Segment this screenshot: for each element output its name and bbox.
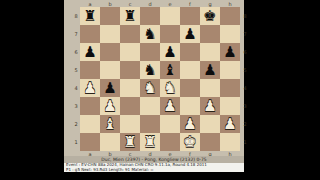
square-e3[interactable]: ♟ [160, 97, 180, 115]
square-e7[interactable] [160, 25, 180, 43]
video-frame: abcdefgh 87654321 87654321 ♜♜♚♞♟♟♟♟♞♝♟♟♟… [0, 0, 320, 180]
square-g5[interactable]: ♟ [200, 61, 220, 79]
square-h3[interactable] [220, 97, 240, 115]
black-rook-piece: ♜ [83, 7, 96, 25]
square-d3[interactable] [140, 97, 160, 115]
rank-label-7: 7 [73, 25, 79, 43]
black-knight-piece: ♞ [143, 61, 156, 79]
square-f6[interactable] [180, 43, 200, 61]
square-h1[interactable] [220, 133, 240, 151]
square-e2[interactable] [160, 115, 180, 133]
white-pawn-piece: ♟ [163, 97, 176, 115]
rank-label-1: 1 [242, 133, 248, 151]
square-b8[interactable] [100, 7, 120, 25]
square-d4[interactable]: ♞ [140, 79, 160, 97]
square-d1[interactable]: ♜ [140, 133, 160, 151]
rank-labels-left: 87654321 [73, 7, 79, 151]
square-b6[interactable] [100, 43, 120, 61]
white-knight-piece: ♞ [143, 79, 156, 97]
white-rook-piece: ♜ [123, 133, 136, 151]
rank-labels-right: 87654321 [242, 7, 248, 151]
square-a4[interactable]: ♟ [80, 79, 100, 97]
white-pawn-piece: ♟ [83, 79, 96, 97]
square-g4[interactable] [200, 79, 220, 97]
rank-label-4: 4 [73, 79, 79, 97]
white-pawn-piece: ♟ [183, 115, 196, 133]
square-b1[interactable] [100, 133, 120, 151]
square-f1[interactable]: ♚ [180, 133, 200, 151]
black-pawn-piece: ♟ [223, 43, 236, 61]
rank-label-8: 8 [73, 7, 79, 25]
black-pawn-piece: ♟ [183, 25, 196, 43]
rank-label-3: 3 [242, 97, 248, 115]
players-caption: Duc, Mien (2397) - Pong, Kongliew (2132)… [64, 156, 244, 163]
square-d2[interactable] [140, 115, 160, 133]
square-b4[interactable]: ♟ [100, 79, 120, 97]
square-g8[interactable]: ♚ [200, 7, 220, 25]
black-king-piece: ♚ [203, 7, 216, 25]
square-c8[interactable]: ♜ [120, 7, 140, 25]
square-d6[interactable] [140, 43, 160, 61]
square-a7[interactable] [80, 25, 100, 43]
square-c6[interactable] [120, 43, 140, 61]
square-f5[interactable] [180, 61, 200, 79]
square-g2[interactable] [200, 115, 220, 133]
black-pawn-piece: ♟ [203, 61, 216, 79]
rank-label-6: 6 [242, 43, 248, 61]
square-b3[interactable]: ♟ [100, 97, 120, 115]
letterbox-right [244, 0, 320, 180]
square-e1[interactable] [160, 133, 180, 151]
rank-label-4: 4 [242, 79, 248, 97]
square-h4[interactable] [220, 79, 240, 97]
letterbox-left [0, 0, 64, 180]
moves-caption: P1 : g5 Next: 93.Rd3 Length: 91 Material… [66, 168, 242, 173]
square-c5[interactable] [120, 61, 140, 79]
square-g6[interactable] [200, 43, 220, 61]
square-c2[interactable] [120, 115, 140, 133]
black-pawn-piece: ♟ [83, 43, 96, 61]
black-pawn-piece: ♟ [103, 79, 116, 97]
square-g3[interactable]: ♟ [200, 97, 220, 115]
rank-label-5: 5 [242, 61, 248, 79]
square-a6[interactable]: ♟ [80, 43, 100, 61]
square-a2[interactable] [80, 115, 100, 133]
square-h5[interactable] [220, 61, 240, 79]
square-d8[interactable] [140, 7, 160, 25]
square-e8[interactable] [160, 7, 180, 25]
black-rook-piece: ♜ [123, 7, 136, 25]
square-a5[interactable] [80, 61, 100, 79]
square-f7[interactable]: ♟ [180, 25, 200, 43]
rank-label-7: 7 [242, 25, 248, 43]
square-c7[interactable] [120, 25, 140, 43]
square-b2[interactable]: ♝ [100, 115, 120, 133]
rank-label-6: 6 [73, 43, 79, 61]
black-knight-piece: ♞ [143, 25, 156, 43]
square-c3[interactable] [120, 97, 140, 115]
square-d7[interactable]: ♞ [140, 25, 160, 43]
square-f8[interactable] [180, 7, 200, 25]
square-c4[interactable] [120, 79, 140, 97]
square-e4[interactable]: ♞ [160, 79, 180, 97]
white-bishop-piece: ♝ [103, 115, 116, 133]
square-a3[interactable] [80, 97, 100, 115]
square-b7[interactable] [100, 25, 120, 43]
white-rook-piece: ♜ [143, 133, 156, 151]
rank-label-8: 8 [242, 7, 248, 25]
white-pawn-piece: ♟ [103, 97, 116, 115]
square-f2[interactable]: ♟ [180, 115, 200, 133]
square-a1[interactable] [80, 133, 100, 151]
square-g7[interactable] [200, 25, 220, 43]
chess-board: ♜♜♚♞♟♟♟♟♞♝♟♟♟♞♞♟♟♟♝♟♟♜♜♚ [80, 7, 240, 151]
square-a8[interactable]: ♜ [80, 7, 100, 25]
square-f3[interactable] [180, 97, 200, 115]
white-knight-piece: ♞ [163, 79, 176, 97]
rank-label-1: 1 [73, 133, 79, 151]
black-pawn-piece: ♟ [163, 43, 176, 61]
game-info-box: Event : EV-CHN 88a 2024, Hainan CHN CRO … [64, 163, 244, 172]
rank-label-2: 2 [73, 115, 79, 133]
square-b5[interactable] [100, 61, 120, 79]
white-pawn-piece: ♟ [223, 115, 236, 133]
square-e5[interactable]: ♝ [160, 61, 180, 79]
chessboard-panel: abcdefgh 87654321 87654321 ♜♜♚♞♟♟♟♟♞♝♟♟♟… [64, 0, 244, 172]
square-d5[interactable]: ♞ [140, 61, 160, 79]
rank-label-3: 3 [73, 97, 79, 115]
square-h8[interactable] [220, 7, 240, 25]
rank-label-2: 2 [242, 115, 248, 133]
square-e6[interactable]: ♟ [160, 43, 180, 61]
square-c1[interactable]: ♜ [120, 133, 140, 151]
square-h6[interactable]: ♟ [220, 43, 240, 61]
white-pawn-piece: ♟ [203, 97, 216, 115]
rank-label-5: 5 [73, 61, 79, 79]
square-h7[interactable] [220, 25, 240, 43]
square-f4[interactable] [180, 79, 200, 97]
square-g1[interactable] [200, 133, 220, 151]
black-bishop-piece: ♝ [163, 61, 176, 79]
white-king-piece: ♚ [183, 133, 196, 151]
square-h2[interactable]: ♟ [220, 115, 240, 133]
